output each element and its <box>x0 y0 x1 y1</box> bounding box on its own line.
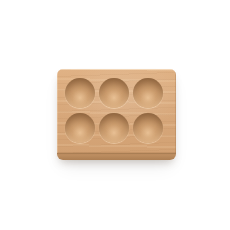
pit-r2c3[interactable] <box>133 113 163 143</box>
pit-grid <box>65 78 163 143</box>
mancala-board <box>57 69 176 160</box>
pit-r1c2[interactable] <box>99 78 129 108</box>
pit-r2c2[interactable] <box>99 113 129 143</box>
pit-r2c1[interactable] <box>65 113 95 143</box>
pit-r1c3[interactable] <box>133 78 163 108</box>
product-photo <box>0 0 230 230</box>
pit-r1c1[interactable] <box>65 78 95 108</box>
board-side-edge <box>57 153 176 160</box>
